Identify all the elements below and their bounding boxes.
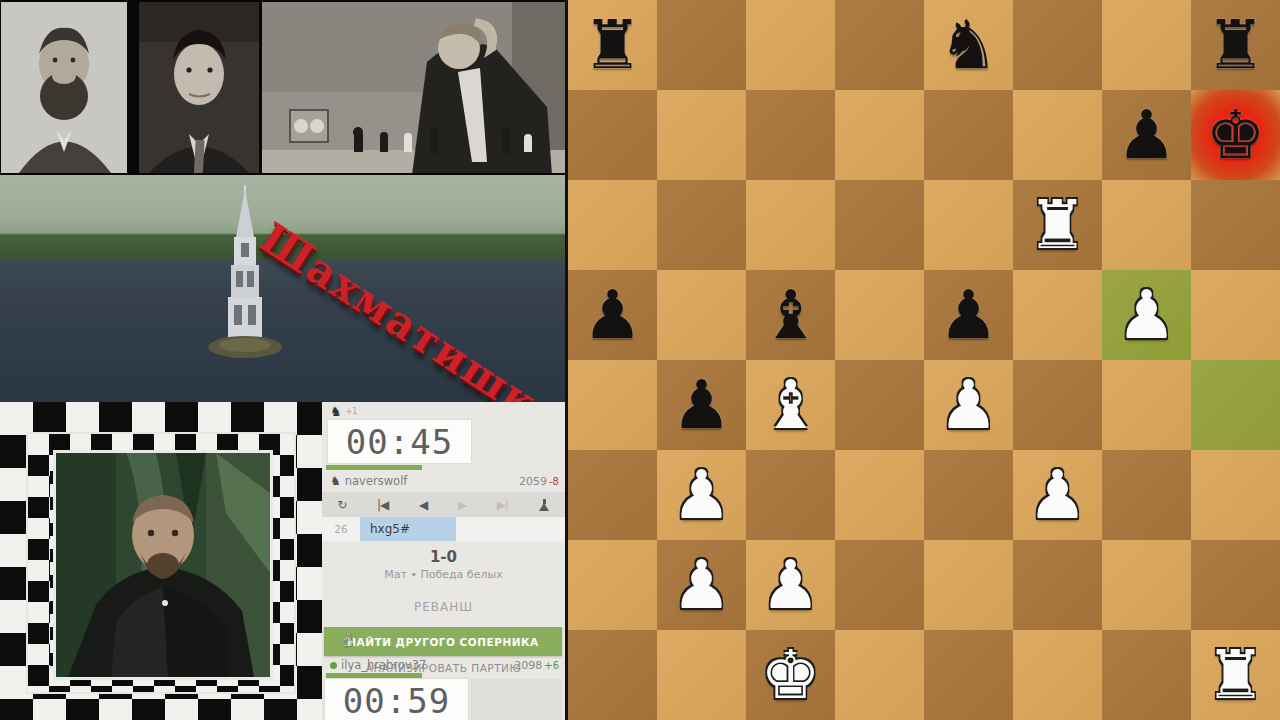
square-d6[interactable]	[835, 180, 924, 270]
square-b2[interactable]: ♟	[657, 540, 746, 630]
square-g8[interactable]	[1102, 0, 1191, 90]
white-pawn-c2[interactable]: ♟	[746, 540, 835, 630]
current-move[interactable]: hxg5#	[360, 517, 456, 541]
square-a7[interactable]	[568, 90, 657, 180]
white-pawn-g5[interactable]: ♟	[1102, 270, 1191, 360]
white-pawn-b3[interactable]: ♟	[657, 450, 746, 540]
square-c5[interactable]: ♝	[746, 270, 835, 360]
portraits-strip	[0, 0, 565, 175]
player-name[interactable]: ilya_hrabrov37	[341, 658, 426, 672]
white-pawn-e4[interactable]: ♟	[924, 360, 1013, 450]
square-b4[interactable]: ♟	[657, 360, 746, 450]
opponent-player-row: ♞ naverswolf 2059-8	[330, 474, 559, 488]
square-a1[interactable]	[568, 630, 657, 720]
square-f7[interactable]	[1013, 90, 1102, 180]
webcam-tunnel-frame	[0, 402, 322, 720]
square-f1[interactable]	[1013, 630, 1102, 720]
square-d1[interactable]	[835, 630, 924, 720]
square-e8[interactable]: ♞	[924, 0, 1013, 90]
square-e3[interactable]	[924, 450, 1013, 540]
square-h4[interactable]	[1191, 360, 1280, 450]
chess-board[interactable]: ♜♞♜♟♚♜♟♝♟♟♟♝♟♟♟♟♟♚♜	[565, 0, 1280, 720]
square-f3[interactable]: ♟	[1013, 450, 1102, 540]
player-time-bar	[326, 673, 422, 678]
knight-icon: ♞	[330, 404, 342, 419]
next-move-icon[interactable]: ▶	[458, 498, 466, 512]
player-rating: 2098+6	[514, 659, 559, 672]
game-result: 1-0	[322, 548, 565, 566]
first-move-icon[interactable]: |◀	[377, 498, 388, 512]
white-king-c1[interactable]: ♚	[746, 630, 835, 720]
black-bishop-c5[interactable]: ♝	[746, 270, 835, 360]
square-g5[interactable]: ♟	[1102, 270, 1191, 360]
white-rook-h1[interactable]: ♜	[1191, 630, 1280, 720]
square-a5[interactable]: ♟	[568, 270, 657, 360]
opponent-rating-delta: -8	[549, 476, 559, 487]
square-f2[interactable]	[1013, 540, 1102, 630]
increment-note: +1	[346, 407, 358, 416]
player-clock: 00:59	[325, 679, 468, 720]
new-opponent-button[interactable]: НАЙТИ ДРУГОГО СОПЕРНИКА	[324, 627, 562, 656]
square-c7[interactable]	[746, 90, 835, 180]
square-b1[interactable]	[657, 630, 746, 720]
replay-icon[interactable]: ↻	[337, 498, 346, 512]
black-pawn-b4[interactable]: ♟	[657, 360, 746, 450]
square-g6[interactable]	[1102, 180, 1191, 270]
square-c6[interactable]	[746, 180, 835, 270]
player-rating-delta: +6	[544, 660, 559, 671]
square-d4[interactable]	[835, 360, 924, 450]
white-pawn-f3[interactable]: ♟	[1013, 450, 1102, 540]
square-c4[interactable]: ♝	[746, 360, 835, 450]
square-e5[interactable]: ♟	[924, 270, 1013, 360]
analysis-flask-icon[interactable]	[539, 499, 550, 511]
game-panel: ♞ +1 00:45 ♞ naverswolf 2059-8 ↻ |◀ ◀ ▶ …	[322, 402, 565, 720]
square-h2[interactable]	[1191, 540, 1280, 630]
player-knight-icon: ♞	[330, 474, 341, 488]
square-e1[interactable]	[924, 630, 1013, 720]
square-c2[interactable]: ♟	[746, 540, 835, 630]
square-f6[interactable]: ♜	[1013, 180, 1102, 270]
black-pawn-e5[interactable]: ♟	[924, 270, 1013, 360]
square-d8[interactable]	[835, 0, 924, 90]
portrait-photo-2	[139, 2, 259, 173]
panel-header-icons: ♞ +1	[330, 404, 357, 418]
white-bishop-c4[interactable]: ♝	[746, 360, 835, 450]
square-h7[interactable]: ♚	[1191, 90, 1280, 180]
square-e4[interactable]: ♟	[924, 360, 1013, 450]
square-a8[interactable]: ♜	[568, 0, 657, 90]
square-a6[interactable]	[568, 180, 657, 270]
square-a4[interactable]	[568, 360, 657, 450]
move-navigation-bar: ↻ |◀ ◀ ▶ ▶|	[322, 492, 565, 517]
square-f8[interactable]	[1013, 0, 1102, 90]
online-status-icon	[330, 662, 337, 669]
opponent-time-bar	[326, 465, 422, 470]
opponent-rating: 2059-8	[519, 475, 559, 488]
square-f5[interactable]	[1013, 270, 1102, 360]
square-d2[interactable]	[835, 540, 924, 630]
square-d5[interactable]	[835, 270, 924, 360]
square-g3[interactable]	[1102, 450, 1191, 540]
square-c1[interactable]: ♚	[746, 630, 835, 720]
black-rook-a8[interactable]: ♜	[568, 0, 657, 90]
square-h5[interactable]	[1191, 270, 1280, 360]
white-pawn-b2[interactable]: ♟	[657, 540, 746, 630]
square-c3[interactable]	[746, 450, 835, 540]
webcam-view	[53, 450, 273, 680]
square-a2[interactable]	[568, 540, 657, 630]
square-h1[interactable]: ♜	[1191, 630, 1280, 720]
square-c8[interactable]	[746, 0, 835, 90]
square-e2[interactable]	[924, 540, 1013, 630]
move-number: 26	[322, 523, 360, 535]
square-h3[interactable]	[1191, 450, 1280, 540]
square-b3[interactable]: ♟	[657, 450, 746, 540]
square-h8[interactable]: ♜	[1191, 0, 1280, 90]
square-g2[interactable]	[1102, 540, 1191, 630]
square-g1[interactable]	[1102, 630, 1191, 720]
opponent-name[interactable]: naverswolf	[345, 474, 408, 488]
white-rook-f6[interactable]: ♜	[1013, 180, 1102, 270]
move-list-row: 26 hxg5#	[322, 517, 565, 541]
square-g7[interactable]: ♟	[1102, 90, 1191, 180]
game-status: Мат • Победа белых	[322, 568, 565, 581]
black-knight-e8[interactable]: ♞	[924, 0, 1013, 90]
fischer-photo	[262, 2, 565, 173]
clock-side-panel	[471, 679, 562, 720]
square-e7[interactable]	[924, 90, 1013, 180]
rematch-button[interactable]: РЕВАНШ	[322, 600, 565, 614]
last-move-icon[interactable]: ▶|	[497, 498, 508, 512]
square-b5[interactable]	[657, 270, 746, 360]
square-d7[interactable]	[835, 90, 924, 180]
portrait-photo-1	[1, 2, 127, 173]
square-h6[interactable]	[1191, 180, 1280, 270]
square-d3[interactable]	[835, 450, 924, 540]
square-g4[interactable]	[1102, 360, 1191, 450]
kalyazin-landscape: Шахматишки	[0, 175, 565, 402]
video-frame: Шахматишки	[0, 0, 1280, 720]
player-row: ilya_hrabrov37 2098+6	[330, 658, 559, 672]
square-e6[interactable]	[924, 180, 1013, 270]
square-b6[interactable]	[657, 180, 746, 270]
black-pawn-g7[interactable]: ♟	[1102, 90, 1191, 180]
square-b7[interactable]	[657, 90, 746, 180]
opponent-clock: 00:45	[328, 420, 471, 463]
square-b8[interactable]	[657, 0, 746, 90]
black-king-h7[interactable]: ♚	[1191, 90, 1280, 180]
black-pawn-a5[interactable]: ♟	[568, 270, 657, 360]
black-rook-h8[interactable]: ♜	[1191, 0, 1280, 90]
square-a3[interactable]	[568, 450, 657, 540]
bell-tower	[205, 185, 285, 374]
square-f4[interactable]	[1013, 360, 1102, 450]
previous-move-icon[interactable]: ◀	[419, 498, 427, 512]
